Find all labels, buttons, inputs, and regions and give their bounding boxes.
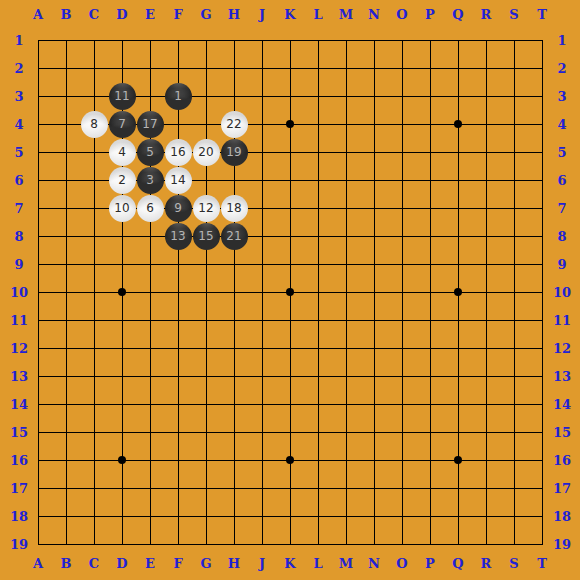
intersection-N14[interactable] xyxy=(360,390,388,418)
intersection-T15[interactable] xyxy=(528,418,556,446)
intersection-T1[interactable] xyxy=(528,26,556,54)
intersection-H2[interactable] xyxy=(220,54,248,82)
intersection-K10[interactable] xyxy=(276,278,304,306)
intersection-E3[interactable] xyxy=(136,82,164,110)
intersection-F13[interactable] xyxy=(164,362,192,390)
intersection-P16[interactable] xyxy=(416,446,444,474)
intersection-Q10[interactable] xyxy=(444,278,472,306)
intersection-P8[interactable] xyxy=(416,222,444,250)
intersection-L6[interactable] xyxy=(304,166,332,194)
intersection-Q7[interactable] xyxy=(444,194,472,222)
intersection-P12[interactable] xyxy=(416,334,444,362)
intersection-P17[interactable] xyxy=(416,474,444,502)
intersection-M19[interactable] xyxy=(332,530,360,558)
intersection-D9[interactable] xyxy=(108,250,136,278)
intersection-B14[interactable] xyxy=(52,390,80,418)
intersection-K18[interactable] xyxy=(276,502,304,530)
intersection-A9[interactable] xyxy=(24,250,52,278)
intersection-J15[interactable] xyxy=(248,418,276,446)
white-stone-F5[interactable]: 16 xyxy=(165,139,192,166)
intersection-M8[interactable] xyxy=(332,222,360,250)
white-stone-C4[interactable]: 8 xyxy=(81,111,108,138)
intersection-J9[interactable] xyxy=(248,250,276,278)
intersection-R6[interactable] xyxy=(472,166,500,194)
intersection-J2[interactable] xyxy=(248,54,276,82)
intersection-R17[interactable] xyxy=(472,474,500,502)
intersection-G14[interactable] xyxy=(192,390,220,418)
intersection-T10[interactable] xyxy=(528,278,556,306)
intersection-P9[interactable] xyxy=(416,250,444,278)
intersection-L1[interactable] xyxy=(304,26,332,54)
intersection-Q1[interactable] xyxy=(444,26,472,54)
intersection-Q9[interactable] xyxy=(444,250,472,278)
intersection-H1[interactable] xyxy=(220,26,248,54)
intersection-D11[interactable] xyxy=(108,306,136,334)
intersection-A4[interactable] xyxy=(24,110,52,138)
white-stone-G5[interactable]: 20 xyxy=(193,139,220,166)
intersection-P1[interactable] xyxy=(416,26,444,54)
intersection-M10[interactable] xyxy=(332,278,360,306)
intersection-C2[interactable] xyxy=(80,54,108,82)
intersection-F12[interactable] xyxy=(164,334,192,362)
intersection-H3[interactable] xyxy=(220,82,248,110)
intersection-Q15[interactable] xyxy=(444,418,472,446)
intersection-O9[interactable] xyxy=(388,250,416,278)
intersection-E17[interactable] xyxy=(136,474,164,502)
intersection-E8[interactable] xyxy=(136,222,164,250)
intersection-O7[interactable] xyxy=(388,194,416,222)
intersection-J16[interactable] xyxy=(248,446,276,474)
intersection-L17[interactable] xyxy=(304,474,332,502)
intersection-D4[interactable]: 7 xyxy=(108,110,136,138)
intersection-S1[interactable] xyxy=(500,26,528,54)
intersection-F14[interactable] xyxy=(164,390,192,418)
black-stone-E4[interactable]: 17 xyxy=(137,111,164,138)
intersection-F2[interactable] xyxy=(164,54,192,82)
intersection-T17[interactable] xyxy=(528,474,556,502)
intersection-M15[interactable] xyxy=(332,418,360,446)
intersection-T2[interactable] xyxy=(528,54,556,82)
intersection-G4[interactable] xyxy=(192,110,220,138)
intersection-D6[interactable]: 2 xyxy=(108,166,136,194)
intersection-F9[interactable] xyxy=(164,250,192,278)
intersection-B2[interactable] xyxy=(52,54,80,82)
intersection-E1[interactable] xyxy=(136,26,164,54)
intersection-T14[interactable] xyxy=(528,390,556,418)
intersection-T11[interactable] xyxy=(528,306,556,334)
intersection-E2[interactable] xyxy=(136,54,164,82)
intersection-K6[interactable] xyxy=(276,166,304,194)
intersection-A18[interactable] xyxy=(24,502,52,530)
intersection-C7[interactable] xyxy=(80,194,108,222)
intersection-J14[interactable] xyxy=(248,390,276,418)
intersection-P15[interactable] xyxy=(416,418,444,446)
intersection-D18[interactable] xyxy=(108,502,136,530)
intersection-Q5[interactable] xyxy=(444,138,472,166)
intersection-D12[interactable] xyxy=(108,334,136,362)
intersection-D13[interactable] xyxy=(108,362,136,390)
intersection-J3[interactable] xyxy=(248,82,276,110)
intersection-S9[interactable] xyxy=(500,250,528,278)
intersection-F17[interactable] xyxy=(164,474,192,502)
intersection-B13[interactable] xyxy=(52,362,80,390)
intersection-P18[interactable] xyxy=(416,502,444,530)
intersection-T18[interactable] xyxy=(528,502,556,530)
intersection-N8[interactable] xyxy=(360,222,388,250)
intersection-S6[interactable] xyxy=(500,166,528,194)
intersection-J7[interactable] xyxy=(248,194,276,222)
intersection-P13[interactable] xyxy=(416,362,444,390)
intersection-R1[interactable] xyxy=(472,26,500,54)
intersection-P14[interactable] xyxy=(416,390,444,418)
black-stone-H8[interactable]: 21 xyxy=(221,223,248,250)
intersection-M13[interactable] xyxy=(332,362,360,390)
intersection-N16[interactable] xyxy=(360,446,388,474)
intersection-H13[interactable] xyxy=(220,362,248,390)
white-stone-D7[interactable]: 10 xyxy=(109,195,136,222)
intersection-K19[interactable] xyxy=(276,530,304,558)
intersection-E4[interactable]: 17 xyxy=(136,110,164,138)
intersection-G7[interactable]: 12 xyxy=(192,194,220,222)
intersection-C15[interactable] xyxy=(80,418,108,446)
intersection-E7[interactable]: 6 xyxy=(136,194,164,222)
intersection-N3[interactable] xyxy=(360,82,388,110)
intersection-K5[interactable] xyxy=(276,138,304,166)
intersection-H5[interactable]: 19 xyxy=(220,138,248,166)
intersection-Q14[interactable] xyxy=(444,390,472,418)
intersection-A7[interactable] xyxy=(24,194,52,222)
intersection-R8[interactable] xyxy=(472,222,500,250)
intersection-F6[interactable]: 14 xyxy=(164,166,192,194)
intersection-G18[interactable] xyxy=(192,502,220,530)
intersection-K15[interactable] xyxy=(276,418,304,446)
intersection-L8[interactable] xyxy=(304,222,332,250)
intersection-S12[interactable] xyxy=(500,334,528,362)
intersection-S2[interactable] xyxy=(500,54,528,82)
intersection-O5[interactable] xyxy=(388,138,416,166)
intersection-M6[interactable] xyxy=(332,166,360,194)
intersection-F16[interactable] xyxy=(164,446,192,474)
intersection-S7[interactable] xyxy=(500,194,528,222)
intersection-D10[interactable] xyxy=(108,278,136,306)
intersection-C6[interactable] xyxy=(80,166,108,194)
intersection-A15[interactable] xyxy=(24,418,52,446)
intersection-E16[interactable] xyxy=(136,446,164,474)
intersection-O4[interactable] xyxy=(388,110,416,138)
intersection-C18[interactable] xyxy=(80,502,108,530)
black-stone-D3[interactable]: 11 xyxy=(109,83,136,110)
intersection-G11[interactable] xyxy=(192,306,220,334)
intersection-S16[interactable] xyxy=(500,446,528,474)
intersection-A19[interactable] xyxy=(24,530,52,558)
intersection-N1[interactable] xyxy=(360,26,388,54)
intersection-E12[interactable] xyxy=(136,334,164,362)
intersection-S15[interactable] xyxy=(500,418,528,446)
intersection-F19[interactable] xyxy=(164,530,192,558)
intersection-G8[interactable]: 15 xyxy=(192,222,220,250)
intersection-L19[interactable] xyxy=(304,530,332,558)
intersection-H11[interactable] xyxy=(220,306,248,334)
intersection-R13[interactable] xyxy=(472,362,500,390)
intersection-D3[interactable]: 11 xyxy=(108,82,136,110)
intersection-S18[interactable] xyxy=(500,502,528,530)
intersection-R18[interactable] xyxy=(472,502,500,530)
intersection-N15[interactable] xyxy=(360,418,388,446)
intersection-Q8[interactable] xyxy=(444,222,472,250)
intersection-R5[interactable] xyxy=(472,138,500,166)
intersection-C16[interactable] xyxy=(80,446,108,474)
black-stone-D4[interactable]: 7 xyxy=(109,111,136,138)
intersection-T19[interactable] xyxy=(528,530,556,558)
intersection-L12[interactable] xyxy=(304,334,332,362)
intersection-O14[interactable] xyxy=(388,390,416,418)
intersection-A6[interactable] xyxy=(24,166,52,194)
intersection-F11[interactable] xyxy=(164,306,192,334)
intersection-K14[interactable] xyxy=(276,390,304,418)
intersection-M16[interactable] xyxy=(332,446,360,474)
intersection-S14[interactable] xyxy=(500,390,528,418)
intersection-C3[interactable] xyxy=(80,82,108,110)
intersection-G13[interactable] xyxy=(192,362,220,390)
intersection-E13[interactable] xyxy=(136,362,164,390)
intersection-N17[interactable] xyxy=(360,474,388,502)
intersection-R10[interactable] xyxy=(472,278,500,306)
intersection-N11[interactable] xyxy=(360,306,388,334)
intersection-T4[interactable] xyxy=(528,110,556,138)
intersection-O17[interactable] xyxy=(388,474,416,502)
intersection-C4[interactable]: 8 xyxy=(80,110,108,138)
intersection-T3[interactable] xyxy=(528,82,556,110)
intersection-G15[interactable] xyxy=(192,418,220,446)
intersection-A2[interactable] xyxy=(24,54,52,82)
intersection-R16[interactable] xyxy=(472,446,500,474)
intersection-H4[interactable]: 22 xyxy=(220,110,248,138)
intersection-B15[interactable] xyxy=(52,418,80,446)
intersection-C13[interactable] xyxy=(80,362,108,390)
intersection-T13[interactable] xyxy=(528,362,556,390)
intersection-Q12[interactable] xyxy=(444,334,472,362)
intersection-S17[interactable] xyxy=(500,474,528,502)
intersection-N7[interactable] xyxy=(360,194,388,222)
white-stone-E7[interactable]: 6 xyxy=(137,195,164,222)
intersection-L14[interactable] xyxy=(304,390,332,418)
intersection-Q6[interactable] xyxy=(444,166,472,194)
intersection-P6[interactable] xyxy=(416,166,444,194)
intersection-F3[interactable]: 1 xyxy=(164,82,192,110)
intersection-L3[interactable] xyxy=(304,82,332,110)
intersection-E5[interactable]: 5 xyxy=(136,138,164,166)
intersection-F5[interactable]: 16 xyxy=(164,138,192,166)
intersection-E10[interactable] xyxy=(136,278,164,306)
intersection-K11[interactable] xyxy=(276,306,304,334)
intersection-K8[interactable] xyxy=(276,222,304,250)
intersection-R11[interactable] xyxy=(472,306,500,334)
intersection-T6[interactable] xyxy=(528,166,556,194)
intersection-A17[interactable] xyxy=(24,474,52,502)
intersection-C12[interactable] xyxy=(80,334,108,362)
intersection-G2[interactable] xyxy=(192,54,220,82)
intersection-T9[interactable] xyxy=(528,250,556,278)
intersection-N5[interactable] xyxy=(360,138,388,166)
intersection-N2[interactable] xyxy=(360,54,388,82)
intersection-P11[interactable] xyxy=(416,306,444,334)
intersection-G12[interactable] xyxy=(192,334,220,362)
intersection-G3[interactable] xyxy=(192,82,220,110)
intersection-G9[interactable] xyxy=(192,250,220,278)
intersection-A8[interactable] xyxy=(24,222,52,250)
intersection-M5[interactable] xyxy=(332,138,360,166)
intersection-P4[interactable] xyxy=(416,110,444,138)
intersection-N13[interactable] xyxy=(360,362,388,390)
intersection-H12[interactable] xyxy=(220,334,248,362)
intersection-Q17[interactable] xyxy=(444,474,472,502)
intersection-D15[interactable] xyxy=(108,418,136,446)
intersection-A11[interactable] xyxy=(24,306,52,334)
black-stone-F7[interactable]: 9 xyxy=(165,195,192,222)
intersection-M11[interactable] xyxy=(332,306,360,334)
intersection-P2[interactable] xyxy=(416,54,444,82)
intersection-P10[interactable] xyxy=(416,278,444,306)
intersection-L18[interactable] xyxy=(304,502,332,530)
intersection-K3[interactable] xyxy=(276,82,304,110)
intersection-S11[interactable] xyxy=(500,306,528,334)
white-stone-D6[interactable]: 2 xyxy=(109,167,136,194)
intersection-G17[interactable] xyxy=(192,474,220,502)
intersection-K1[interactable] xyxy=(276,26,304,54)
intersection-L13[interactable] xyxy=(304,362,332,390)
white-stone-G7[interactable]: 12 xyxy=(193,195,220,222)
intersection-F15[interactable] xyxy=(164,418,192,446)
intersection-O10[interactable] xyxy=(388,278,416,306)
intersection-L2[interactable] xyxy=(304,54,332,82)
intersection-M9[interactable] xyxy=(332,250,360,278)
intersection-D16[interactable] xyxy=(108,446,136,474)
intersection-L16[interactable] xyxy=(304,446,332,474)
white-stone-H7[interactable]: 18 xyxy=(221,195,248,222)
intersection-D7[interactable]: 10 xyxy=(108,194,136,222)
intersection-N6[interactable] xyxy=(360,166,388,194)
intersection-G10[interactable] xyxy=(192,278,220,306)
intersection-M18[interactable] xyxy=(332,502,360,530)
black-stone-F8[interactable]: 13 xyxy=(165,223,192,250)
intersection-L10[interactable] xyxy=(304,278,332,306)
intersection-M2[interactable] xyxy=(332,54,360,82)
intersection-S10[interactable] xyxy=(500,278,528,306)
intersection-R12[interactable] xyxy=(472,334,500,362)
intersection-C17[interactable] xyxy=(80,474,108,502)
intersection-B11[interactable] xyxy=(52,306,80,334)
intersection-A5[interactable] xyxy=(24,138,52,166)
intersection-L15[interactable] xyxy=(304,418,332,446)
intersection-H19[interactable] xyxy=(220,530,248,558)
intersection-R14[interactable] xyxy=(472,390,500,418)
intersection-E6[interactable]: 3 xyxy=(136,166,164,194)
intersection-O19[interactable] xyxy=(388,530,416,558)
intersection-T8[interactable] xyxy=(528,222,556,250)
intersection-E9[interactable] xyxy=(136,250,164,278)
intersection-J17[interactable] xyxy=(248,474,276,502)
intersection-H17[interactable] xyxy=(220,474,248,502)
intersection-P5[interactable] xyxy=(416,138,444,166)
intersection-L4[interactable] xyxy=(304,110,332,138)
intersection-H10[interactable] xyxy=(220,278,248,306)
intersection-T12[interactable] xyxy=(528,334,556,362)
intersection-J1[interactable] xyxy=(248,26,276,54)
intersection-E18[interactable] xyxy=(136,502,164,530)
intersection-O13[interactable] xyxy=(388,362,416,390)
intersection-F4[interactable] xyxy=(164,110,192,138)
black-stone-G8[interactable]: 15 xyxy=(193,223,220,250)
intersection-C19[interactable] xyxy=(80,530,108,558)
black-stone-F3[interactable]: 1 xyxy=(165,83,192,110)
intersection-H15[interactable] xyxy=(220,418,248,446)
intersection-J5[interactable] xyxy=(248,138,276,166)
intersection-C9[interactable] xyxy=(80,250,108,278)
intersection-Q11[interactable] xyxy=(444,306,472,334)
intersection-N9[interactable] xyxy=(360,250,388,278)
intersection-B6[interactable] xyxy=(52,166,80,194)
intersection-L5[interactable] xyxy=(304,138,332,166)
intersection-O6[interactable] xyxy=(388,166,416,194)
intersection-Q4[interactable] xyxy=(444,110,472,138)
intersection-M4[interactable] xyxy=(332,110,360,138)
intersection-M12[interactable] xyxy=(332,334,360,362)
intersection-C1[interactable] xyxy=(80,26,108,54)
intersection-C8[interactable] xyxy=(80,222,108,250)
intersection-H6[interactable] xyxy=(220,166,248,194)
intersection-R15[interactable] xyxy=(472,418,500,446)
intersection-B19[interactable] xyxy=(52,530,80,558)
intersection-Q13[interactable] xyxy=(444,362,472,390)
intersection-R19[interactable] xyxy=(472,530,500,558)
intersection-L9[interactable] xyxy=(304,250,332,278)
intersection-J4[interactable] xyxy=(248,110,276,138)
intersection-N12[interactable] xyxy=(360,334,388,362)
intersection-D5[interactable]: 4 xyxy=(108,138,136,166)
intersection-J13[interactable] xyxy=(248,362,276,390)
intersection-K9[interactable] xyxy=(276,250,304,278)
intersection-C5[interactable] xyxy=(80,138,108,166)
intersection-N10[interactable] xyxy=(360,278,388,306)
black-stone-E6[interactable]: 3 xyxy=(137,167,164,194)
intersection-K12[interactable] xyxy=(276,334,304,362)
intersection-O2[interactable] xyxy=(388,54,416,82)
intersection-O18[interactable] xyxy=(388,502,416,530)
intersection-B16[interactable] xyxy=(52,446,80,474)
white-stone-H4[interactable]: 22 xyxy=(221,111,248,138)
intersection-M17[interactable] xyxy=(332,474,360,502)
intersection-H9[interactable] xyxy=(220,250,248,278)
black-stone-E5[interactable]: 5 xyxy=(137,139,164,166)
intersection-T7[interactable] xyxy=(528,194,556,222)
intersection-B5[interactable] xyxy=(52,138,80,166)
intersection-O12[interactable] xyxy=(388,334,416,362)
intersection-O16[interactable] xyxy=(388,446,416,474)
intersection-Q16[interactable] xyxy=(444,446,472,474)
intersection-F8[interactable]: 13 xyxy=(164,222,192,250)
intersection-R4[interactable] xyxy=(472,110,500,138)
intersection-F1[interactable] xyxy=(164,26,192,54)
intersection-J6[interactable] xyxy=(248,166,276,194)
intersection-K13[interactable] xyxy=(276,362,304,390)
intersection-J11[interactable] xyxy=(248,306,276,334)
intersection-K16[interactable] xyxy=(276,446,304,474)
intersection-S19[interactable] xyxy=(500,530,528,558)
intersection-H14[interactable] xyxy=(220,390,248,418)
intersection-N4[interactable] xyxy=(360,110,388,138)
intersection-P19[interactable] xyxy=(416,530,444,558)
intersection-O8[interactable] xyxy=(388,222,416,250)
